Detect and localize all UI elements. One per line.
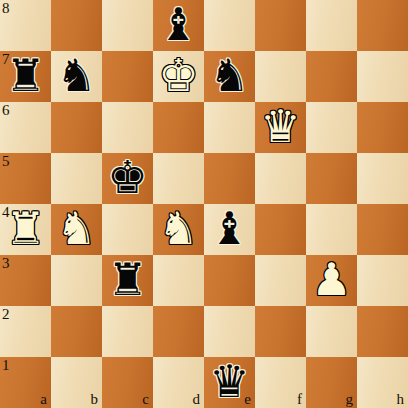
rank-label-3: 3: [2, 256, 10, 271]
black-rook-a7: ♜: [5, 51, 45, 101]
file-label-b: b: [91, 392, 99, 407]
square-a1[interactable]: 1a: [0, 357, 51, 408]
square-c5[interactable]: ♚: [102, 153, 153, 204]
square-b2[interactable]: [51, 306, 102, 357]
square-b7[interactable]: ♞: [51, 51, 102, 102]
square-c7[interactable]: [102, 51, 153, 102]
square-f3[interactable]: [255, 255, 306, 306]
square-g6[interactable]: [306, 102, 357, 153]
square-e8[interactable]: [204, 0, 255, 51]
rank-label-1: 1: [2, 358, 10, 373]
square-d3[interactable]: [153, 255, 204, 306]
white-king-d7: ♚: [158, 51, 198, 101]
square-d2[interactable]: [153, 306, 204, 357]
square-e1[interactable]: e♛: [204, 357, 255, 408]
square-h3[interactable]: [357, 255, 408, 306]
square-d1[interactable]: d: [153, 357, 204, 408]
black-king-c5: ♚: [107, 153, 147, 203]
rank-label-5: 5: [2, 154, 10, 169]
square-g1[interactable]: g: [306, 357, 357, 408]
square-d7[interactable]: ♚: [153, 51, 204, 102]
square-d8[interactable]: ♝: [153, 0, 204, 51]
square-f6[interactable]: ♛: [255, 102, 306, 153]
square-e2[interactable]: [204, 306, 255, 357]
square-h8[interactable]: [357, 0, 408, 51]
square-b4[interactable]: ♞: [51, 204, 102, 255]
square-a4[interactable]: 4♜: [0, 204, 51, 255]
file-label-h: h: [397, 392, 405, 407]
square-b5[interactable]: [51, 153, 102, 204]
square-h5[interactable]: [357, 153, 408, 204]
square-e5[interactable]: [204, 153, 255, 204]
square-g5[interactable]: [306, 153, 357, 204]
square-b1[interactable]: b: [51, 357, 102, 408]
square-c3[interactable]: ♜: [102, 255, 153, 306]
square-f8[interactable]: [255, 0, 306, 51]
square-b3[interactable]: [51, 255, 102, 306]
black-rook-c3: ♜: [107, 255, 147, 305]
file-label-g: g: [346, 392, 354, 407]
square-c1[interactable]: c: [102, 357, 153, 408]
square-e4[interactable]: ♝: [204, 204, 255, 255]
square-h7[interactable]: [357, 51, 408, 102]
square-g2[interactable]: [306, 306, 357, 357]
white-knight-b4: ♞: [56, 204, 96, 254]
square-h4[interactable]: [357, 204, 408, 255]
square-g7[interactable]: [306, 51, 357, 102]
white-knight-d4: ♞: [158, 204, 198, 254]
square-a2[interactable]: 2: [0, 306, 51, 357]
chess-board-container: 8♝7♜♞♚♞6♛5♚4♜♞♞♝3♜♟21abcde♛fgh: [0, 0, 408, 408]
square-d4[interactable]: ♞: [153, 204, 204, 255]
square-c8[interactable]: [102, 0, 153, 51]
square-f2[interactable]: [255, 306, 306, 357]
file-label-d: d: [193, 392, 201, 407]
white-rook-a4: ♜: [5, 204, 45, 254]
square-b6[interactable]: [51, 102, 102, 153]
black-bishop-e4: ♝: [209, 204, 249, 254]
file-label-a: a: [40, 392, 47, 407]
black-knight-b7: ♞: [56, 51, 96, 101]
square-h1[interactable]: h: [357, 357, 408, 408]
rank-label-8: 8: [2, 1, 10, 16]
white-pawn-g3: ♟: [311, 255, 351, 305]
square-a7[interactable]: 7♜: [0, 51, 51, 102]
black-knight-e7: ♞: [209, 51, 249, 101]
square-g3[interactable]: ♟: [306, 255, 357, 306]
square-h6[interactable]: [357, 102, 408, 153]
square-g4[interactable]: [306, 204, 357, 255]
square-e6[interactable]: [204, 102, 255, 153]
square-a3[interactable]: 3: [0, 255, 51, 306]
file-label-c: c: [142, 392, 149, 407]
rank-label-6: 6: [2, 103, 10, 118]
square-f5[interactable]: [255, 153, 306, 204]
square-c6[interactable]: [102, 102, 153, 153]
black-queen-e1: ♛: [209, 357, 249, 407]
square-c2[interactable]: [102, 306, 153, 357]
square-b8[interactable]: [51, 0, 102, 51]
square-e7[interactable]: ♞: [204, 51, 255, 102]
square-a5[interactable]: 5: [0, 153, 51, 204]
black-bishop-d8: ♝: [158, 0, 198, 50]
rank-label-2: 2: [2, 307, 10, 322]
square-f4[interactable]: [255, 204, 306, 255]
chess-board: 8♝7♜♞♚♞6♛5♚4♜♞♞♝3♜♟21abcde♛fgh: [0, 0, 408, 408]
square-f7[interactable]: [255, 51, 306, 102]
square-a8[interactable]: 8: [0, 0, 51, 51]
square-h2[interactable]: [357, 306, 408, 357]
square-a6[interactable]: 6: [0, 102, 51, 153]
square-e3[interactable]: [204, 255, 255, 306]
file-label-f: f: [297, 392, 302, 407]
white-queen-f6: ♛: [260, 102, 300, 152]
square-d6[interactable]: [153, 102, 204, 153]
square-d5[interactable]: [153, 153, 204, 204]
square-f1[interactable]: f: [255, 357, 306, 408]
square-g8[interactable]: [306, 0, 357, 51]
square-c4[interactable]: [102, 204, 153, 255]
